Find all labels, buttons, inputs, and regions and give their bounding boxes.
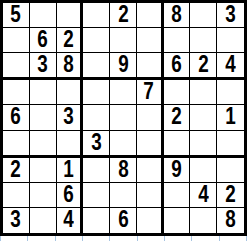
cell-r9c1[interactable]: 3 bbox=[3, 208, 30, 233]
cell-r9c4[interactable] bbox=[83, 208, 110, 233]
cell-r5c7[interactable]: 2 bbox=[164, 105, 191, 130]
cell-r4c1[interactable] bbox=[3, 80, 30, 105]
given-digit: 6 bbox=[171, 53, 181, 77]
cell-r1c8[interactable] bbox=[190, 3, 217, 28]
cell-r1c4[interactable] bbox=[83, 3, 110, 28]
given-digit: 6 bbox=[118, 208, 128, 232]
cell-r5c2[interactable] bbox=[30, 105, 57, 130]
cell-r9c6[interactable] bbox=[137, 208, 164, 233]
cell-r6c1[interactable] bbox=[3, 131, 30, 158]
cell-r7c3[interactable]: 1 bbox=[57, 158, 84, 183]
cell-r9c9[interactable]: 8 bbox=[217, 208, 244, 233]
cell-r6c3[interactable] bbox=[57, 131, 84, 158]
cell-r1c7[interactable]: 8 bbox=[164, 3, 191, 28]
given-digit: 2 bbox=[171, 105, 181, 129]
given-digit: 6 bbox=[11, 105, 21, 129]
given-digit: 6 bbox=[37, 28, 47, 52]
given-digit: 4 bbox=[225, 53, 235, 77]
given-digit: 8 bbox=[63, 53, 73, 77]
cell-r7c1[interactable]: 2 bbox=[3, 158, 30, 183]
cell-r6c9[interactable] bbox=[217, 131, 244, 158]
cell-r9c7[interactable] bbox=[164, 208, 191, 233]
cell-r1c5[interactable]: 2 bbox=[110, 3, 137, 28]
given-digit: 1 bbox=[225, 105, 235, 129]
given-digit: 9 bbox=[118, 53, 128, 77]
given-digit: 2 bbox=[118, 3, 128, 27]
given-digit: 8 bbox=[118, 158, 128, 182]
cell-r1c3[interactable] bbox=[57, 3, 84, 28]
given-digit: 5 bbox=[11, 3, 21, 27]
given-digit: 3 bbox=[225, 3, 235, 27]
cell-r3c3[interactable]: 8 bbox=[57, 53, 84, 80]
given-digit: 3 bbox=[37, 53, 47, 77]
cell-r5c4[interactable] bbox=[83, 105, 110, 130]
cell-r7c7[interactable]: 9 bbox=[164, 158, 191, 183]
cell-r4c7[interactable] bbox=[164, 80, 191, 105]
cell-r1c1[interactable]: 5 bbox=[3, 3, 30, 28]
cell-r8c8[interactable]: 4 bbox=[190, 183, 217, 208]
cell-r2c6[interactable] bbox=[137, 28, 164, 53]
cell-r8c4[interactable] bbox=[83, 183, 110, 208]
given-digit: 2 bbox=[225, 183, 235, 207]
cell-r6c4[interactable]: 3 bbox=[83, 131, 110, 158]
cell-r8c6[interactable] bbox=[137, 183, 164, 208]
cell-r3c9[interactable]: 4 bbox=[217, 53, 244, 80]
cell-r6c6[interactable] bbox=[137, 131, 164, 158]
cell-r3c7[interactable]: 6 bbox=[164, 53, 191, 80]
given-digit: 6 bbox=[63, 183, 73, 207]
cell-r3c8[interactable]: 2 bbox=[190, 53, 217, 80]
spreadsheet-gridline-ticks bbox=[0, 236, 247, 241]
given-digit: 2 bbox=[198, 53, 208, 77]
cell-r4c3[interactable] bbox=[57, 80, 84, 105]
cell-r5c6[interactable] bbox=[137, 105, 164, 130]
cell-r4c9[interactable] bbox=[217, 80, 244, 105]
cell-r7c6[interactable] bbox=[137, 158, 164, 183]
cell-r2c3[interactable]: 2 bbox=[57, 28, 84, 53]
cell-r5c3[interactable]: 3 bbox=[57, 105, 84, 130]
cell-r2c4[interactable] bbox=[83, 28, 110, 53]
cell-r8c7[interactable] bbox=[164, 183, 191, 208]
cell-r8c1[interactable] bbox=[3, 183, 30, 208]
cell-r6c7[interactable] bbox=[164, 131, 191, 158]
cell-r3c6[interactable] bbox=[137, 53, 164, 80]
cell-r3c1[interactable] bbox=[3, 53, 30, 80]
cell-r9c3[interactable]: 4 bbox=[57, 208, 84, 233]
cell-r2c8[interactable] bbox=[190, 28, 217, 53]
given-digit: 4 bbox=[198, 183, 208, 207]
cell-r3c5[interactable]: 9 bbox=[110, 53, 137, 80]
cell-r2c1[interactable] bbox=[3, 28, 30, 53]
cell-r5c9[interactable]: 1 bbox=[217, 105, 244, 130]
given-digit: 2 bbox=[11, 158, 21, 182]
cell-r4c6[interactable]: 7 bbox=[137, 80, 164, 105]
cell-r4c8[interactable] bbox=[190, 80, 217, 105]
cell-r8c5[interactable] bbox=[110, 183, 137, 208]
cell-r7c8[interactable] bbox=[190, 158, 217, 183]
cell-r4c5[interactable] bbox=[110, 80, 137, 105]
cell-r2c5[interactable] bbox=[110, 28, 137, 53]
cell-r8c3[interactable]: 6 bbox=[57, 183, 84, 208]
cell-r3c2[interactable]: 3 bbox=[30, 53, 57, 80]
cell-r1c9[interactable]: 3 bbox=[217, 3, 244, 28]
cell-r6c2[interactable] bbox=[30, 131, 57, 158]
cell-r7c2[interactable] bbox=[30, 158, 57, 183]
cell-r1c2[interactable] bbox=[30, 3, 57, 28]
cell-r2c7[interactable] bbox=[164, 28, 191, 53]
cell-r8c2[interactable] bbox=[30, 183, 57, 208]
cell-r1c6[interactable] bbox=[137, 3, 164, 28]
cell-r2c9[interactable] bbox=[217, 28, 244, 53]
sudoku-board: 52836238962476321321896423468 bbox=[0, 0, 247, 236]
cell-r9c8[interactable] bbox=[190, 208, 217, 233]
cell-r5c1[interactable]: 6 bbox=[3, 105, 30, 130]
cell-r4c2[interactable] bbox=[30, 80, 57, 105]
cell-r6c8[interactable] bbox=[190, 131, 217, 158]
cell-r5c8[interactable] bbox=[190, 105, 217, 130]
cell-r8c9[interactable]: 2 bbox=[217, 183, 244, 208]
cell-r2c2[interactable]: 6 bbox=[30, 28, 57, 53]
cell-r9c2[interactable] bbox=[30, 208, 57, 233]
given-digit: 8 bbox=[171, 3, 181, 27]
cell-r5c5[interactable] bbox=[110, 105, 137, 130]
given-digit: 3 bbox=[63, 105, 73, 129]
given-digit: 4 bbox=[63, 208, 73, 232]
cell-r7c4[interactable] bbox=[83, 158, 110, 183]
given-digit: 7 bbox=[144, 80, 154, 104]
sudoku-screenshot: 52836238962476321321896423468 bbox=[0, 0, 247, 241]
given-digit: 3 bbox=[91, 131, 101, 155]
given-digit: 2 bbox=[63, 28, 73, 52]
cell-r6c5[interactable] bbox=[110, 131, 137, 158]
cell-r7c5[interactable]: 8 bbox=[110, 158, 137, 183]
given-digit: 3 bbox=[11, 208, 21, 232]
cell-r4c4[interactable] bbox=[83, 80, 110, 105]
given-digit: 9 bbox=[171, 158, 181, 182]
cell-r9c5[interactable]: 6 bbox=[110, 208, 137, 233]
cell-r3c4[interactable] bbox=[83, 53, 110, 80]
given-digit: 1 bbox=[63, 158, 73, 182]
cell-r7c9[interactable] bbox=[217, 158, 244, 183]
given-digit: 8 bbox=[225, 208, 235, 232]
